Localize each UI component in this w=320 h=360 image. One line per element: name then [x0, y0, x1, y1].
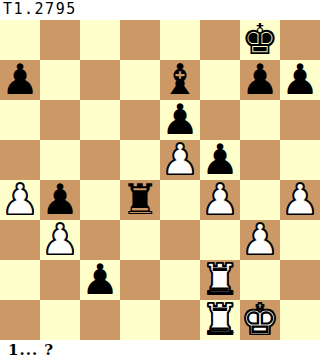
square-a3[interactable] — [0, 220, 40, 260]
square-d5[interactable] — [120, 140, 160, 180]
square-a6[interactable] — [0, 100, 40, 140]
square-h8[interactable] — [280, 20, 320, 60]
piece-black-pawn-a7[interactable]: ♟ — [1, 59, 39, 101]
square-c5[interactable] — [80, 140, 120, 180]
square-b2[interactable] — [40, 260, 80, 300]
square-e4[interactable] — [160, 180, 200, 220]
square-e7[interactable]: ♝ — [160, 60, 200, 100]
square-h5[interactable] — [280, 140, 320, 180]
square-b5[interactable] — [40, 140, 80, 180]
piece-white-pawn-a4[interactable]: ♟ — [1, 179, 39, 221]
square-g7[interactable]: ♟ — [240, 60, 280, 100]
square-f6[interactable] — [200, 100, 240, 140]
square-g2[interactable] — [240, 260, 280, 300]
square-e3[interactable] — [160, 220, 200, 260]
square-a2[interactable] — [0, 260, 40, 300]
piece-black-pawn-g7[interactable]: ♟ — [241, 59, 279, 101]
chess-puzzle-window: T1.2795 ♚♟♝♟♟♟♟♟♟♟♜♟♟♟♟♟♜♜♚ 1... ? — [0, 0, 320, 360]
square-a4[interactable]: ♟ — [0, 180, 40, 220]
piece-white-pawn-g3[interactable]: ♟ — [241, 219, 279, 261]
square-b7[interactable] — [40, 60, 80, 100]
square-b1[interactable] — [40, 300, 80, 340]
square-d2[interactable] — [120, 260, 160, 300]
square-g6[interactable] — [240, 100, 280, 140]
square-b3[interactable]: ♟ — [40, 220, 80, 260]
square-h7[interactable]: ♟ — [280, 60, 320, 100]
square-g8[interactable]: ♚ — [240, 20, 280, 60]
square-f2[interactable]: ♜ — [200, 260, 240, 300]
square-f5[interactable]: ♟ — [200, 140, 240, 180]
square-f1[interactable]: ♜ — [200, 300, 240, 340]
square-e1[interactable] — [160, 300, 200, 340]
square-g4[interactable] — [240, 180, 280, 220]
square-b8[interactable] — [40, 20, 80, 60]
chess-board: ♚♟♝♟♟♟♟♟♟♟♜♟♟♟♟♟♜♜♚ — [0, 20, 320, 340]
square-a7[interactable]: ♟ — [0, 60, 40, 100]
square-d7[interactable] — [120, 60, 160, 100]
square-c3[interactable] — [80, 220, 120, 260]
square-e2[interactable] — [160, 260, 200, 300]
square-c1[interactable] — [80, 300, 120, 340]
square-c7[interactable] — [80, 60, 120, 100]
square-d3[interactable] — [120, 220, 160, 260]
square-d8[interactable] — [120, 20, 160, 60]
piece-white-pawn-e5[interactable]: ♟ — [161, 139, 199, 181]
piece-white-pawn-h4[interactable]: ♟ — [281, 179, 319, 221]
square-c8[interactable] — [80, 20, 120, 60]
piece-white-rook-f1[interactable]: ♜ — [201, 299, 239, 341]
square-a8[interactable] — [0, 20, 40, 60]
square-a1[interactable] — [0, 300, 40, 340]
square-b4[interactable]: ♟ — [40, 180, 80, 220]
square-c6[interactable] — [80, 100, 120, 140]
square-f7[interactable] — [200, 60, 240, 100]
square-h4[interactable]: ♟ — [280, 180, 320, 220]
square-c2[interactable]: ♟ — [80, 260, 120, 300]
square-a5[interactable] — [0, 140, 40, 180]
square-e6[interactable]: ♟ — [160, 100, 200, 140]
square-g3[interactable]: ♟ — [240, 220, 280, 260]
piece-white-pawn-f4[interactable]: ♟ — [201, 179, 239, 221]
square-e5[interactable]: ♟ — [160, 140, 200, 180]
piece-white-pawn-b3[interactable]: ♟ — [41, 219, 79, 261]
square-h6[interactable] — [280, 100, 320, 140]
piece-white-king-g1[interactable]: ♚ — [241, 299, 279, 341]
square-g1[interactable]: ♚ — [240, 300, 280, 340]
square-f4[interactable]: ♟ — [200, 180, 240, 220]
piece-black-rook-d4[interactable]: ♜ — [121, 179, 159, 221]
square-d1[interactable] — [120, 300, 160, 340]
square-g5[interactable] — [240, 140, 280, 180]
square-d6[interactable] — [120, 100, 160, 140]
square-h3[interactable] — [280, 220, 320, 260]
square-e8[interactable] — [160, 20, 200, 60]
square-h1[interactable] — [280, 300, 320, 340]
square-f3[interactable] — [200, 220, 240, 260]
piece-black-pawn-h7[interactable]: ♟ — [281, 59, 319, 101]
square-c4[interactable] — [80, 180, 120, 220]
square-f8[interactable] — [200, 20, 240, 60]
square-d4[interactable]: ♜ — [120, 180, 160, 220]
square-b6[interactable] — [40, 100, 80, 140]
square-h2[interactable] — [280, 260, 320, 300]
piece-black-pawn-c2[interactable]: ♟ — [81, 259, 119, 301]
